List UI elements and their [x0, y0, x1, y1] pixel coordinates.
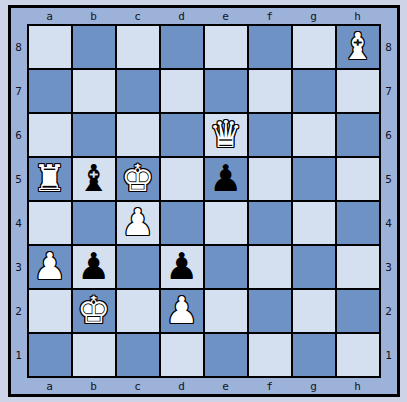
white-queen-e6[interactable]: ♛: [209, 116, 242, 153]
rank-label-3: 3: [381, 246, 397, 288]
rank-label-6: 6: [11, 114, 27, 156]
square-d5[interactable]: [161, 158, 203, 200]
file-labels-top: abcdefgh: [27, 8, 381, 24]
file-label-d: d: [161, 378, 203, 394]
square-b1[interactable]: [73, 334, 115, 376]
rank-label-2: 2: [11, 290, 27, 332]
white-king-b2[interactable]: ♚: [77, 292, 110, 329]
square-g3[interactable]: [293, 246, 335, 288]
black-pawn-e5[interactable]: ♟: [209, 160, 242, 197]
square-c7[interactable]: [117, 70, 159, 112]
rank-label-7: 7: [11, 70, 27, 112]
rank-label-2: 2: [381, 290, 397, 332]
board-frame: abcdefgh 87654321 ♝♛♜♝♚♟♟♟♟♟♚♟ 87654321 …: [8, 5, 400, 397]
white-king-c5[interactable]: ♚: [121, 160, 154, 197]
square-a8[interactable]: [29, 26, 71, 68]
square-a4[interactable]: [29, 202, 71, 244]
square-d7[interactable]: [161, 70, 203, 112]
file-label-c: c: [117, 8, 159, 24]
rank-labels-right: 87654321: [381, 24, 397, 378]
file-label-e: e: [205, 378, 247, 394]
square-c4[interactable]: ♟: [117, 202, 159, 244]
square-a2[interactable]: [29, 290, 71, 332]
file-label-e: e: [205, 8, 247, 24]
rank-labels-left: 87654321: [11, 24, 27, 378]
chess-diagram-page: abcdefgh 87654321 ♝♛♜♝♚♟♟♟♟♟♚♟ 87654321 …: [0, 0, 407, 402]
square-f2[interactable]: [249, 290, 291, 332]
square-h5[interactable]: [337, 158, 379, 200]
black-bishop-b5[interactable]: ♝: [77, 160, 110, 197]
file-label-g: g: [293, 378, 335, 394]
square-g4[interactable]: [293, 202, 335, 244]
chess-board: ♝♛♜♝♚♟♟♟♟♟♚♟: [27, 24, 381, 378]
file-labels-bottom: abcdefgh: [27, 378, 381, 394]
square-b6[interactable]: [73, 114, 115, 156]
square-f1[interactable]: [249, 334, 291, 376]
file-label-h: h: [337, 378, 379, 394]
rank-label-7: 7: [381, 70, 397, 112]
square-h6[interactable]: [337, 114, 379, 156]
file-label-d: d: [161, 8, 203, 24]
file-label-b: b: [73, 8, 115, 24]
white-pawn-d2[interactable]: ♟: [165, 292, 198, 329]
square-f7[interactable]: [249, 70, 291, 112]
square-g1[interactable]: [293, 334, 335, 376]
square-h8[interactable]: ♝: [337, 26, 379, 68]
square-h3[interactable]: [337, 246, 379, 288]
file-label-g: g: [293, 8, 335, 24]
square-e6[interactable]: ♛: [205, 114, 247, 156]
square-c3[interactable]: [117, 246, 159, 288]
rank-label-8: 8: [381, 26, 397, 68]
square-f3[interactable]: [249, 246, 291, 288]
white-pawn-a3[interactable]: ♟: [33, 248, 66, 285]
square-h4[interactable]: [337, 202, 379, 244]
square-g5[interactable]: [293, 158, 335, 200]
square-h1[interactable]: [337, 334, 379, 376]
white-bishop-h8[interactable]: ♝: [341, 28, 374, 65]
square-b2[interactable]: ♚: [73, 290, 115, 332]
square-g6[interactable]: [293, 114, 335, 156]
square-c8[interactable]: [117, 26, 159, 68]
square-e8[interactable]: [205, 26, 247, 68]
square-d3[interactable]: ♟: [161, 246, 203, 288]
square-b8[interactable]: [73, 26, 115, 68]
square-g2[interactable]: [293, 290, 335, 332]
square-f8[interactable]: [249, 26, 291, 68]
square-g8[interactable]: [293, 26, 335, 68]
square-a7[interactable]: [29, 70, 71, 112]
square-a3[interactable]: ♟: [29, 246, 71, 288]
square-f4[interactable]: [249, 202, 291, 244]
square-c2[interactable]: [117, 290, 159, 332]
square-a6[interactable]: [29, 114, 71, 156]
square-h7[interactable]: [337, 70, 379, 112]
square-d4[interactable]: [161, 202, 203, 244]
white-pawn-c4[interactable]: ♟: [121, 204, 154, 241]
file-label-b: b: [73, 378, 115, 394]
square-g7[interactable]: [293, 70, 335, 112]
file-label-a: a: [29, 378, 71, 394]
square-c5[interactable]: ♚: [117, 158, 159, 200]
square-e7[interactable]: [205, 70, 247, 112]
square-b3[interactable]: ♟: [73, 246, 115, 288]
square-b7[interactable]: [73, 70, 115, 112]
file-label-h: h: [337, 8, 379, 24]
square-e3[interactable]: [205, 246, 247, 288]
square-c1[interactable]: [117, 334, 159, 376]
square-d2[interactable]: ♟: [161, 290, 203, 332]
file-label-a: a: [29, 8, 71, 24]
rank-label-5: 5: [11, 158, 27, 200]
file-label-c: c: [117, 378, 159, 394]
file-label-f: f: [249, 378, 291, 394]
square-d6[interactable]: [161, 114, 203, 156]
black-pawn-d3[interactable]: ♟: [165, 248, 198, 285]
board-with-coordinates: abcdefgh 87654321 ♝♛♜♝♚♟♟♟♟♟♚♟ 87654321 …: [11, 8, 397, 394]
rank-label-4: 4: [381, 202, 397, 244]
rank-label-4: 4: [11, 202, 27, 244]
square-a5[interactable]: ♜: [29, 158, 71, 200]
square-e1[interactable]: [205, 334, 247, 376]
square-a1[interactable]: [29, 334, 71, 376]
square-d8[interactable]: [161, 26, 203, 68]
rank-label-3: 3: [11, 246, 27, 288]
square-e4[interactable]: [205, 202, 247, 244]
square-f5[interactable]: [249, 158, 291, 200]
square-e5[interactable]: ♟: [205, 158, 247, 200]
rank-label-8: 8: [11, 26, 27, 68]
rank-label-6: 6: [381, 114, 397, 156]
square-b5[interactable]: ♝: [73, 158, 115, 200]
square-d1[interactable]: [161, 334, 203, 376]
square-e2[interactable]: [205, 290, 247, 332]
rank-label-1: 1: [11, 334, 27, 376]
black-pawn-b3[interactable]: ♟: [77, 248, 110, 285]
file-label-f: f: [249, 8, 291, 24]
square-b4[interactable]: [73, 202, 115, 244]
square-f6[interactable]: [249, 114, 291, 156]
white-rook-a5[interactable]: ♜: [33, 160, 66, 197]
rank-label-1: 1: [381, 334, 397, 376]
square-c6[interactable]: [117, 114, 159, 156]
square-h2[interactable]: [337, 290, 379, 332]
rank-label-5: 5: [381, 158, 397, 200]
